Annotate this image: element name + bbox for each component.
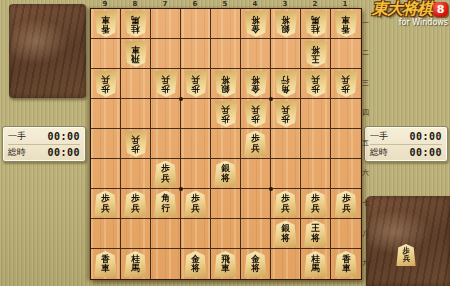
board-cell-1五[interactable] [331, 129, 361, 159]
board-cell-1一[interactable]: 香車 [331, 9, 361, 39]
shogi-piece-gote[interactable]: 歩兵 [274, 101, 298, 127]
board-cell-3四[interactable]: 歩兵 [271, 99, 301, 129]
board-cell-5一[interactable] [211, 9, 241, 39]
board-cell-5九[interactable]: 飛車 [211, 249, 241, 279]
shogi-piece-sente[interactable]: 歩兵 [274, 191, 298, 217]
board-cell-1三[interactable]: 歩兵 [331, 69, 361, 99]
shogi-piece-gote[interactable]: 歩兵 [244, 101, 268, 127]
shogi-piece-gote[interactable]: 歩兵 [184, 71, 208, 97]
file-label: 5 [210, 0, 240, 8]
board-star-point [269, 97, 273, 101]
shogi-piece-gote[interactable]: 桂馬 [304, 11, 328, 37]
rank-label: 二 [361, 38, 370, 68]
rank-coordinate-labels: 一二三四五六七八九 [361, 8, 370, 278]
file-label: 9 [90, 0, 120, 8]
board-cell-2六[interactable] [301, 159, 331, 189]
file-label: 2 [300, 0, 330, 8]
board-cell-4六[interactable] [241, 159, 271, 189]
rank-label: 九 [361, 248, 370, 278]
board-cell-1四[interactable] [331, 99, 361, 129]
board-cell-2五[interactable] [301, 129, 331, 159]
rank-label: 五 [361, 128, 370, 158]
board-cell-4七[interactable] [241, 189, 271, 219]
board-cell-7四[interactable] [151, 99, 181, 129]
rank-label: 三 [361, 68, 370, 98]
rank-label: 四 [361, 98, 370, 128]
shogi-piece-sente[interactable]: 銀将 [214, 161, 238, 187]
board-cell-1八[interactable] [331, 219, 361, 249]
shogi-piece-gote[interactable]: 歩兵 [334, 71, 358, 97]
board-star-point [179, 187, 183, 191]
board-cell-3九[interactable] [271, 249, 301, 279]
shogi-piece-sente[interactable]: 歩兵 [124, 191, 148, 217]
shogi-piece-sente[interactable]: 香車 [94, 251, 118, 277]
board-cell-6七[interactable]: 歩兵 [181, 189, 211, 219]
shogi-piece-sente[interactable]: 香車 [334, 251, 358, 277]
right-total-label: 総時 [370, 146, 388, 159]
shogi-piece-gote[interactable]: 飛車 [124, 41, 148, 67]
board-cell-3二[interactable] [271, 39, 301, 69]
board-cell-8八[interactable] [121, 219, 151, 249]
board-cell-9八[interactable] [91, 219, 121, 249]
board-cell-3六[interactable] [271, 159, 301, 189]
board-cell-4四[interactable]: 歩兵 [241, 99, 271, 129]
board-cell-3八[interactable]: 銀将 [271, 219, 301, 249]
file-coordinate-labels: 987654321 [90, 0, 360, 8]
shogi-piece-gote[interactable]: 歩兵 [214, 101, 238, 127]
shogi-piece-sente[interactable]: 歩兵 [244, 131, 268, 157]
board-cell-6六[interactable] [181, 159, 211, 189]
board-cell-6三[interactable]: 歩兵 [181, 69, 211, 99]
board-cell-8一[interactable]: 桂馬 [121, 9, 151, 39]
board-cell-9七[interactable]: 歩兵 [91, 189, 121, 219]
shogi-piece-gote[interactable]: 歩兵 [124, 131, 148, 157]
rank-label: 八 [361, 218, 370, 248]
left-total-label: 総時 [8, 146, 26, 159]
board-cell-7一[interactable] [151, 9, 181, 39]
file-label: 6 [180, 0, 210, 8]
board-cell-4三[interactable]: 金将 [241, 69, 271, 99]
right-move-label: 一手 [370, 130, 388, 143]
board-cell-6九[interactable]: 金将 [181, 249, 211, 279]
board-cell-6四[interactable] [181, 99, 211, 129]
board-cell-7六[interactable]: 歩兵 [151, 159, 181, 189]
logo-version-badge: 8 [433, 2, 448, 17]
board-cell-5二[interactable] [211, 39, 241, 69]
board-cell-2七[interactable]: 歩兵 [301, 189, 331, 219]
board-cell-6一[interactable] [181, 9, 211, 39]
file-label: 3 [270, 0, 300, 8]
shogi-piece-gote[interactable]: 銀将 [214, 71, 238, 97]
board-cell-9一[interactable]: 香車 [91, 9, 121, 39]
board-cell-1九[interactable]: 香車 [331, 249, 361, 279]
board-cell-3一[interactable]: 銀将 [271, 9, 301, 39]
board-star-point [179, 97, 183, 101]
shogi-piece-gote[interactable]: 金将 [244, 71, 268, 97]
board-cell-1二[interactable] [331, 39, 361, 69]
board-cell-8五[interactable]: 歩兵 [121, 129, 151, 159]
shogi-piece-sente[interactable]: 桂馬 [304, 251, 328, 277]
board-cell-7八[interactable] [151, 219, 181, 249]
board-cell-9四[interactable] [91, 99, 121, 129]
board-cell-8六[interactable] [121, 159, 151, 189]
shogi-piece-sente[interactable]: 歩兵 [94, 191, 118, 217]
shogi-piece-sente[interactable]: 歩兵 [304, 191, 328, 217]
logo-title-text: 東大将棋 [372, 1, 432, 17]
shogi-piece-gote[interactable]: 香車 [334, 11, 358, 37]
shogi-piece-gote[interactable]: 金将 [244, 11, 268, 37]
shogi-piece-sente[interactable]: 歩兵 [154, 161, 178, 187]
shogi-piece-gote[interactable]: 角行 [274, 71, 298, 97]
sente-piece-stand[interactable] [366, 196, 450, 286]
right-total-time: 00:00 [409, 147, 442, 158]
board-cell-1七[interactable]: 歩兵 [331, 189, 361, 219]
board-star-point [269, 187, 273, 191]
board-cell-7三[interactable]: 歩兵 [151, 69, 181, 99]
board-cell-9二[interactable] [91, 39, 121, 69]
shogi-board: 香車桂馬金将銀将桂馬香車飛車玉将歩兵歩兵歩兵銀将金将角行歩兵歩兵歩兵歩兵歩兵歩兵… [90, 8, 362, 280]
shogi-piece-gote[interactable]: 桂馬 [124, 11, 148, 37]
board-cell-8二[interactable]: 飛車 [121, 39, 151, 69]
board-cell-3七[interactable]: 歩兵 [271, 189, 301, 219]
shogi-piece-gote[interactable]: 歩兵 [94, 71, 118, 97]
rank-label: 七 [361, 188, 370, 218]
right-player-clock: 一手 00:00 総時 00:00 [364, 126, 448, 162]
board-cell-5六[interactable]: 銀将 [211, 159, 241, 189]
file-label: 4 [240, 0, 270, 8]
board-cell-2四[interactable] [301, 99, 331, 129]
board-cell-4八[interactable] [241, 219, 271, 249]
shogi-piece-sente[interactable]: 銀将 [274, 221, 298, 247]
board-cell-8七[interactable]: 歩兵 [121, 189, 151, 219]
rank-label: 一 [361, 8, 370, 38]
shogi-piece-gote[interactable]: 歩兵 [154, 71, 178, 97]
board-cell-5三[interactable]: 銀将 [211, 69, 241, 99]
board-cell-2八[interactable]: 王将 [301, 219, 331, 249]
sente-hand-pieces: 歩兵 [394, 242, 424, 272]
rank-label: 六 [361, 158, 370, 188]
board-cell-3五[interactable] [271, 129, 301, 159]
board-cell-2一[interactable]: 桂馬 [301, 9, 331, 39]
board-cell-8四[interactable] [121, 99, 151, 129]
board-cell-7九[interactable] [151, 249, 181, 279]
shogi-piece-sente[interactable]: 角行 [154, 191, 178, 217]
board-cell-6二[interactable] [181, 39, 211, 69]
board-cell-2九[interactable]: 桂馬 [301, 249, 331, 279]
board-cell-5八[interactable] [211, 219, 241, 249]
shogi-piece-sente[interactable]: 金将 [244, 251, 268, 277]
board-cell-7七[interactable]: 角行 [151, 189, 181, 219]
shogi-piece-gote[interactable]: 香車 [94, 11, 118, 37]
board-cell-5七[interactable] [211, 189, 241, 219]
board-cell-6五[interactable] [181, 129, 211, 159]
board-cell-3三[interactable]: 角行 [271, 69, 301, 99]
board-cell-4二[interactable] [241, 39, 271, 69]
board-cell-4五[interactable]: 歩兵 [241, 129, 271, 159]
board-cell-7五[interactable] [151, 129, 181, 159]
file-label: 1 [330, 0, 360, 8]
left-player-clock: 一手 00:00 総時 00:00 [2, 126, 86, 162]
left-move-time: 00:00 [47, 131, 80, 142]
board-cell-8九[interactable]: 桂馬 [121, 249, 151, 279]
shogi-piece-gote[interactable]: 銀将 [274, 11, 298, 37]
shogi-piece-sente[interactable]: 飛車 [214, 251, 238, 277]
app-window: 歩兵 一手 00:00 総時 00:00 一手 00:00 総時 00:00 東… [0, 0, 450, 286]
board-cell-9五[interactable] [91, 129, 121, 159]
right-move-time: 00:00 [409, 131, 442, 142]
board-cell-8三[interactable] [121, 69, 151, 99]
shogi-piece-gote[interactable]: 歩兵 [304, 71, 328, 97]
board-cell-6八[interactable] [181, 219, 211, 249]
file-label: 8 [120, 0, 150, 8]
board-cell-9九[interactable]: 香車 [91, 249, 121, 279]
board-cell-4九[interactable]: 金将 [241, 249, 271, 279]
shogi-piece-sente[interactable]: 歩兵 [396, 244, 416, 266]
shogi-piece-sente[interactable]: 歩兵 [184, 191, 208, 217]
gote-hand-pieces [20, 12, 76, 92]
board-grid: 香車桂馬金将銀将桂馬香車飛車玉将歩兵歩兵歩兵銀将金将角行歩兵歩兵歩兵歩兵歩兵歩兵… [91, 9, 361, 279]
shogi-piece-sente[interactable]: 王将 [304, 221, 328, 247]
board-cell-9三[interactable]: 歩兵 [91, 69, 121, 99]
file-label: 7 [150, 0, 180, 8]
shogi-piece-sente[interactable]: 桂馬 [124, 251, 148, 277]
left-total-time: 00:00 [47, 147, 80, 158]
board-cell-5五[interactable] [211, 129, 241, 159]
board-cell-7二[interactable] [151, 39, 181, 69]
shogi-piece-gote[interactable]: 玉将 [304, 41, 328, 67]
board-cell-9六[interactable] [91, 159, 121, 189]
shogi-piece-sente[interactable]: 金将 [184, 251, 208, 277]
board-cell-5四[interactable]: 歩兵 [211, 99, 241, 129]
left-move-label: 一手 [8, 130, 26, 143]
board-cell-2二[interactable]: 玉将 [301, 39, 331, 69]
board-cell-2三[interactable]: 歩兵 [301, 69, 331, 99]
shogi-piece-sente[interactable]: 歩兵 [334, 191, 358, 217]
board-cell-1六[interactable] [331, 159, 361, 189]
board-cell-4一[interactable]: 金将 [241, 9, 271, 39]
